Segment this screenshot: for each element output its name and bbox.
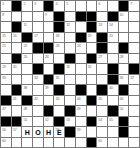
cell-r11c2[interactable]: [12, 106, 22, 116]
clue-number: 17: [34, 33, 37, 38]
clue-number: 50: [120, 106, 123, 111]
cell-r11c3[interactable]: 48: [22, 106, 32, 116]
cell-r8c6[interactable]: 35: [54, 75, 64, 85]
cell-r4c6[interactable]: 18: [54, 33, 64, 43]
cell-r4c1[interactable]: 15: [1, 33, 11, 43]
cell-r3c11[interactable]: 14: [108, 22, 118, 32]
cell-r12c3[interactable]: 51: [22, 117, 32, 127]
entered-letter: O: [35, 127, 40, 136]
cell-r14c5[interactable]: [44, 138, 54, 148]
black-cell-r5c10: [97, 43, 107, 53]
cell-r2c3[interactable]: [22, 12, 32, 22]
cell-r1c6[interactable]: 4: [54, 1, 64, 11]
cell-r14c11[interactable]: [108, 138, 118, 148]
cell-r11c13[interactable]: [129, 106, 139, 116]
clue-number: 19: [88, 33, 91, 38]
cell-r14c3[interactable]: [22, 138, 32, 148]
clue-number: 44: [77, 96, 80, 101]
cell-r2c7[interactable]: [65, 12, 75, 22]
cell-r3c1[interactable]: [1, 22, 11, 32]
black-cell-r9c6: [54, 85, 64, 95]
clue-number: 53: [66, 117, 69, 122]
cell-r2c5[interactable]: 9: [44, 12, 54, 22]
black-cell-r10c9: [87, 96, 97, 106]
cell-r8c2[interactable]: [12, 75, 22, 85]
black-cell-r9c12: [119, 85, 129, 95]
cell-r1c9[interactable]: [87, 1, 97, 11]
cell-r13c6[interactable]: 58E: [54, 127, 64, 137]
cell-r4c2[interactable]: 16: [12, 33, 22, 43]
clue-number: 34: [34, 75, 37, 80]
cell-r3c12[interactable]: [119, 22, 129, 32]
cell-r3c5[interactable]: [44, 22, 54, 32]
clue-number: 46: [120, 96, 123, 101]
cell-r10c10[interactable]: 45: [97, 96, 107, 106]
clue-number: 10: [120, 12, 123, 17]
cell-r6c6[interactable]: [54, 54, 64, 64]
cell-r8c10[interactable]: [97, 75, 107, 85]
cell-r8c9[interactable]: [87, 75, 97, 85]
cell-r7c9[interactable]: 32: [87, 64, 97, 74]
black-cell-r7c4: [33, 64, 43, 74]
black-cell-r11c7: [65, 106, 75, 116]
cell-r3c10[interactable]: 13: [97, 22, 107, 32]
cell-r14c6[interactable]: [54, 138, 64, 148]
cell-r5c2[interactable]: [12, 43, 22, 53]
cell-r11c8[interactable]: 49: [76, 106, 86, 116]
cell-r9c1[interactable]: [1, 85, 11, 95]
cell-r1c7[interactable]: 5: [65, 1, 75, 11]
cell-r12c8[interactable]: [76, 117, 86, 127]
black-cell-r2c9: [87, 12, 97, 22]
cell-r10c6[interactable]: 43: [54, 96, 64, 106]
cell-r13c11[interactable]: [108, 127, 118, 137]
clue-number: 22: [23, 43, 26, 48]
clue-number: 54: [98, 117, 101, 122]
cell-r11c1[interactable]: 47: [1, 106, 11, 116]
cell-r10c7[interactable]: [65, 96, 75, 106]
black-cell-r11c5: [44, 106, 54, 116]
black-cell-r7c11: [108, 64, 118, 74]
cell-r8c3[interactable]: [22, 75, 32, 85]
clue-number: 43: [55, 96, 58, 101]
cell-r13c9[interactable]: [87, 127, 97, 137]
cell-r13c5[interactable]: H: [44, 127, 54, 137]
black-cell-r1c5: [44, 1, 54, 11]
cell-r8c8[interactable]: [76, 75, 86, 85]
black-cell-r6c2: [12, 54, 22, 64]
cell-r7c2[interactable]: 30: [12, 64, 22, 74]
black-cell-r1c12: [119, 1, 129, 11]
cell-r3c4[interactable]: [33, 22, 43, 32]
cell-r6c5[interactable]: 26: [44, 54, 54, 64]
cell-r6c8[interactable]: [76, 54, 86, 64]
cell-r12c7[interactable]: 53: [65, 117, 75, 127]
clue-number: 49: [77, 106, 80, 111]
cell-r4c7[interactable]: [65, 33, 75, 43]
clue-number: 3: [34, 1, 36, 6]
clue-number: 9: [45, 12, 47, 17]
clue-number: 15: [2, 33, 5, 38]
clue-number: 2: [23, 1, 25, 6]
cell-r12c4[interactable]: [33, 117, 43, 127]
cell-r8c12[interactable]: 36: [119, 75, 129, 85]
clue-number: 8: [2, 12, 4, 17]
clue-number: 47: [2, 106, 5, 111]
black-cell-r7c6: [54, 64, 64, 74]
cell-r13c8[interactable]: 59: [76, 127, 86, 137]
cell-r13c10[interactable]: [97, 127, 107, 137]
clue-number: 30: [13, 64, 16, 69]
cell-r14c10[interactable]: 61: [97, 138, 107, 148]
black-cell-r3c2: [12, 22, 22, 32]
clue-number: 29: [2, 64, 5, 69]
crossword-grid: 1234567891011121314151617181920212223242…: [0, 0, 140, 148]
black-cell-r7c13: [129, 64, 139, 74]
cell-r14c7[interactable]: [65, 138, 75, 148]
clue-number: 41: [13, 96, 16, 101]
cell-r1c4[interactable]: 3: [33, 1, 43, 11]
cell-r5c9[interactable]: [87, 43, 97, 53]
cell-r2c4[interactable]: [33, 12, 43, 22]
cell-r8c7[interactable]: [65, 75, 75, 85]
black-cell-r3c6: [54, 22, 64, 32]
clue-number: 26: [45, 54, 48, 59]
clue-number: 37: [130, 75, 133, 80]
clue-number: 7: [130, 1, 132, 6]
cell-r1c3[interactable]: 2: [22, 1, 32, 11]
clue-number: 52: [45, 117, 48, 122]
clue-number: 13: [98, 22, 101, 27]
cell-r3c7[interactable]: 12: [65, 22, 75, 32]
cell-r7c8[interactable]: [76, 64, 86, 74]
entered-letter: H: [46, 127, 51, 136]
cell-r13c13[interactable]: [129, 127, 139, 137]
cell-r5c13[interactable]: [129, 43, 139, 53]
clue-number: 48: [23, 106, 26, 111]
clue-number: 14: [109, 22, 112, 27]
cell-r2c2[interactable]: [12, 12, 22, 22]
clue-number: 45: [98, 96, 101, 101]
clue-number: 4: [55, 1, 57, 6]
cell-r10c2[interactable]: 41: [12, 96, 22, 106]
clue-number: 55: [109, 117, 112, 122]
clue-number: 27: [98, 54, 101, 59]
cell-r4c13[interactable]: [129, 33, 139, 43]
cell-r5c11[interactable]: [108, 43, 118, 53]
cell-r11c6[interactable]: [54, 106, 64, 116]
cell-r10c12[interactable]: 46: [119, 96, 129, 106]
cell-r14c8[interactable]: [76, 138, 86, 148]
clue-number: 21: [2, 43, 5, 48]
black-cell-r12c9: [87, 117, 97, 127]
cell-r9c4[interactable]: [33, 85, 43, 95]
cell-r7c1[interactable]: 29: [1, 64, 11, 74]
cell-r5c7[interactable]: [65, 43, 75, 53]
cell-r3c13[interactable]: [129, 22, 139, 32]
cell-r9c7[interactable]: [65, 85, 75, 95]
clue-number: 23: [55, 43, 58, 48]
cell-r5c8[interactable]: 24: [76, 43, 86, 53]
cell-r6c10[interactable]: 27: [97, 54, 107, 64]
cell-r2c10[interactable]: [97, 12, 107, 22]
cell-r6c12[interactable]: 28: [119, 54, 129, 64]
cell-r7c7[interactable]: 31: [65, 64, 75, 74]
cell-r4c11[interactable]: 20: [108, 33, 118, 43]
clue-number: 51: [23, 117, 26, 122]
cell-r7c5[interactable]: [44, 64, 54, 74]
black-cell-r2c11: [108, 12, 118, 22]
clue-number: 25: [23, 54, 26, 59]
black-cell-r10c3: [22, 96, 32, 106]
clue-number: 1: [2, 1, 4, 6]
cell-r9c9[interactable]: [87, 85, 97, 95]
clue-number: 42: [34, 96, 37, 101]
black-cell-r12c1: [1, 117, 11, 127]
black-cell-r2c8: [76, 12, 86, 22]
clue-number: 56: [2, 127, 5, 132]
cell-r13c3[interactable]: H: [22, 127, 32, 137]
cell-r7c12[interactable]: [119, 64, 129, 74]
clue-number: 36: [120, 75, 123, 80]
cell-r1c10[interactable]: 6: [97, 1, 107, 11]
cell-r1c8[interactable]: [76, 1, 86, 11]
cell-r12c13[interactable]: [129, 117, 139, 127]
black-cell-r6c9: [87, 54, 97, 64]
clue-number: 31: [66, 64, 69, 69]
clue-number: 6: [98, 1, 100, 6]
clue-number: 11: [23, 22, 26, 27]
black-cell-r6c7: [65, 54, 75, 64]
clue-number: 60: [2, 138, 5, 143]
clue-number: 5: [66, 1, 68, 6]
clue-number: 16: [13, 33, 16, 38]
cell-r4c4[interactable]: 17: [33, 33, 43, 43]
cell-r4c5[interactable]: [44, 33, 54, 43]
cell-r8c13[interactable]: 37: [129, 75, 139, 85]
cell-r14c12[interactable]: [119, 138, 129, 148]
clue-number: 61: [98, 138, 101, 143]
cell-r9c13[interactable]: [129, 85, 139, 95]
black-cell-r8c5: [44, 75, 54, 85]
cell-r13c4[interactable]: O: [33, 127, 43, 137]
cell-r10c13[interactable]: [129, 96, 139, 106]
cell-r1c13[interactable]: 7: [129, 1, 139, 11]
clue-number: 35: [55, 75, 58, 80]
cell-r6c4[interactable]: [33, 54, 43, 64]
cell-r5c3[interactable]: 22: [22, 43, 32, 53]
black-cell-r14c9: [87, 138, 97, 148]
cell-r3c3[interactable]: 11: [22, 22, 32, 32]
cell-r1c1[interactable]: 1: [1, 1, 11, 11]
cell-r4c12[interactable]: [119, 33, 129, 43]
cell-r9c3[interactable]: 38: [22, 85, 32, 95]
cell-r9c11[interactable]: 40: [108, 85, 118, 95]
cell-r5c6[interactable]: 23: [54, 43, 64, 53]
black-cell-r11c11: [108, 106, 118, 116]
black-cell-r2c6: [54, 12, 64, 22]
black-cell-r10c1: [1, 96, 11, 106]
cell-r14c13[interactable]: [129, 138, 139, 148]
clue-number: 58: [55, 127, 58, 132]
cell-r13c2[interactable]: 57: [12, 127, 22, 137]
cell-r10c4[interactable]: 42: [33, 96, 43, 106]
cell-r7c3[interactable]: [22, 64, 32, 74]
cell-r11c4[interactable]: [33, 106, 43, 116]
clue-number: 28: [120, 54, 123, 59]
black-cell-r12c6: [54, 117, 64, 127]
black-cell-r9c2: [12, 85, 22, 95]
cell-r14c1[interactable]: 60: [1, 138, 11, 148]
black-cell-r13c7: [65, 127, 75, 137]
cell-r12c11[interactable]: 55: [108, 117, 118, 127]
black-cell-r9c10: [97, 85, 107, 95]
cell-r9c5[interactable]: 39: [44, 85, 54, 95]
cell-r11c9[interactable]: [87, 106, 97, 116]
black-cell-r3c9: [87, 22, 97, 32]
cell-r7c10[interactable]: [97, 64, 107, 74]
black-cell-r9c8: [76, 85, 86, 95]
cell-r2c12[interactable]: 10: [119, 12, 129, 22]
black-cell-r4c8: [76, 33, 86, 43]
clue-number: 12: [66, 22, 69, 27]
cell-r13c1[interactable]: 56: [1, 127, 11, 137]
clue-number: 24: [77, 43, 80, 48]
cell-r2c13[interactable]: [129, 12, 139, 22]
clue-number: 20: [109, 33, 112, 38]
cell-r10c5[interactable]: [44, 96, 54, 106]
cell-r6c3[interactable]: 25: [22, 54, 32, 64]
cell-r2c1[interactable]: 8: [1, 12, 11, 22]
cell-r11c12[interactable]: 50: [119, 106, 129, 116]
cell-r4c9[interactable]: 19: [87, 33, 97, 43]
black-cell-r4c3: [22, 33, 32, 43]
clue-number: 33: [2, 75, 5, 80]
clue-number: 59: [77, 127, 80, 132]
cell-r6c11[interactable]: [108, 54, 118, 64]
cell-r10c8[interactable]: 44: [76, 96, 86, 106]
cell-r12c5[interactable]: 52: [44, 117, 54, 127]
cell-r11c10[interactable]: [97, 106, 107, 116]
cell-r5c1[interactable]: 21: [1, 43, 11, 53]
black-cell-r1c2: [12, 1, 22, 11]
black-cell-r8c11: [108, 75, 118, 85]
entered-letter: H: [25, 127, 30, 136]
cell-r6c13[interactable]: [129, 54, 139, 64]
black-cell-r13c12: [119, 127, 129, 137]
cell-r10c11[interactable]: [108, 96, 118, 106]
clue-number: 38: [23, 85, 26, 90]
cell-r1c11[interactable]: [108, 1, 118, 11]
clue-number: 18: [55, 33, 58, 38]
cell-r8c4[interactable]: 34: [33, 75, 43, 85]
cell-r6c1[interactable]: [1, 54, 11, 64]
cell-r12c10[interactable]: 54: [97, 117, 107, 127]
black-cell-r5c12: [119, 43, 129, 53]
black-cell-r4c10: [97, 33, 107, 43]
clue-number: 40: [109, 85, 112, 90]
cell-r8c1[interactable]: 33: [1, 75, 11, 85]
black-cell-r5c4: [33, 43, 43, 53]
black-cell-r12c12: [119, 117, 129, 127]
clue-number: 39: [45, 85, 48, 90]
black-cell-r5c5: [44, 43, 54, 53]
cell-r3c8[interactable]: [76, 22, 86, 32]
cell-r14c4[interactable]: [33, 138, 43, 148]
clue-number: 57: [13, 127, 16, 132]
clue-number: 32: [88, 64, 91, 69]
black-cell-r12c2: [12, 117, 22, 127]
cell-r14c2[interactable]: [12, 138, 22, 148]
